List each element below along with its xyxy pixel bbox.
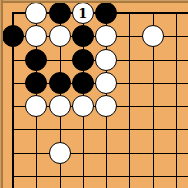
intersection-r0c7 — [164, 1, 187, 24]
intersection-r4c7 — [164, 95, 187, 118]
intersection-r5c2 — [48, 118, 71, 141]
intersection-r1c2 — [48, 25, 71, 48]
intersection-r4c6 — [141, 95, 164, 118]
intersection-r6c2 — [48, 141, 71, 164]
white-stone — [25, 95, 47, 117]
intersection-r3c2 — [48, 71, 71, 94]
intersection-r0c0 — [1, 1, 24, 24]
intersection-r7c3 — [71, 164, 94, 187]
white-stone — [49, 95, 71, 117]
white-stone — [95, 72, 117, 94]
intersection-r1c7 — [164, 25, 187, 48]
white-stone — [142, 25, 164, 47]
intersection-r7c5 — [118, 164, 141, 187]
intersection-r5c0 — [1, 118, 24, 141]
intersection-r0c3: 1 — [71, 1, 94, 24]
intersection-r7c0 — [1, 164, 24, 187]
white-stone — [72, 95, 94, 117]
intersection-r7c1 — [25, 164, 48, 187]
white-stone — [49, 25, 71, 47]
intersection-r4c3 — [71, 95, 94, 118]
black-stone — [95, 2, 117, 24]
intersection-r4c5 — [118, 95, 141, 118]
intersection-r6c4 — [95, 141, 118, 164]
black-stone — [2, 25, 24, 47]
intersection-r3c3 — [71, 71, 94, 94]
go-board: 1 — [1, 1, 187, 187]
white-stone — [49, 142, 71, 164]
intersection-r3c6 — [141, 71, 164, 94]
intersection-r4c2 — [48, 95, 71, 118]
intersection-r0c2 — [48, 1, 71, 24]
intersection-r4c4 — [95, 95, 118, 118]
intersection-r3c0 — [1, 71, 24, 94]
intersection-r3c1 — [25, 71, 48, 94]
intersection-r7c7 — [164, 164, 187, 187]
intersection-r2c2 — [48, 48, 71, 71]
intersection-r1c0 — [1, 25, 24, 48]
intersection-r2c3 — [71, 48, 94, 71]
board-edge-top — [0, 0, 188, 3]
intersection-r1c4 — [95, 25, 118, 48]
intersection-r6c1 — [25, 141, 48, 164]
intersection-r2c0 — [1, 48, 24, 71]
intersection-r0c4 — [95, 1, 118, 24]
black-stone — [72, 72, 94, 94]
intersection-r6c7 — [164, 141, 187, 164]
white-stone — [25, 2, 47, 24]
intersection-r0c1 — [25, 1, 48, 24]
black-stone — [72, 25, 94, 47]
intersection-r7c2 — [48, 164, 71, 187]
intersection-r7c4 — [95, 164, 118, 187]
go-diagram: 1 — [0, 0, 188, 188]
black-stone — [49, 72, 71, 94]
intersection-r3c5 — [118, 71, 141, 94]
intersection-r1c6 — [141, 25, 164, 48]
intersection-r5c1 — [25, 118, 48, 141]
black-stone — [25, 72, 47, 94]
intersection-r2c5 — [118, 48, 141, 71]
intersection-r0c5 — [118, 1, 141, 24]
black-stone — [25, 49, 47, 71]
black-stone — [49, 2, 71, 24]
intersection-r6c0 — [1, 141, 24, 164]
intersection-r6c5 — [118, 141, 141, 164]
white-stone — [95, 95, 117, 117]
move-number-label: 1 — [78, 7, 87, 20]
intersection-r4c1 — [25, 95, 48, 118]
intersection-r3c4 — [95, 71, 118, 94]
black-stone — [72, 49, 94, 71]
white-stone-move-1: 1 — [72, 2, 94, 24]
white-stone — [25, 25, 47, 47]
intersection-r5c3 — [71, 118, 94, 141]
intersection-r1c1 — [25, 25, 48, 48]
intersection-r2c4 — [95, 48, 118, 71]
intersection-r1c5 — [118, 25, 141, 48]
white-stone — [95, 25, 117, 47]
intersection-r2c6 — [141, 48, 164, 71]
white-stone — [95, 49, 117, 71]
intersection-r5c5 — [118, 118, 141, 141]
intersection-r5c4 — [95, 118, 118, 141]
intersection-r5c7 — [164, 118, 187, 141]
intersection-r6c3 — [71, 141, 94, 164]
intersection-r4c0 — [1, 95, 24, 118]
intersection-r3c7 — [164, 71, 187, 94]
board-edge-left — [0, 0, 3, 188]
intersection-r6c6 — [141, 141, 164, 164]
intersection-r1c3 — [71, 25, 94, 48]
intersection-r2c7 — [164, 48, 187, 71]
intersection-r2c1 — [25, 48, 48, 71]
intersection-r5c6 — [141, 118, 164, 141]
intersection-r7c6 — [141, 164, 164, 187]
intersection-r0c6 — [141, 1, 164, 24]
